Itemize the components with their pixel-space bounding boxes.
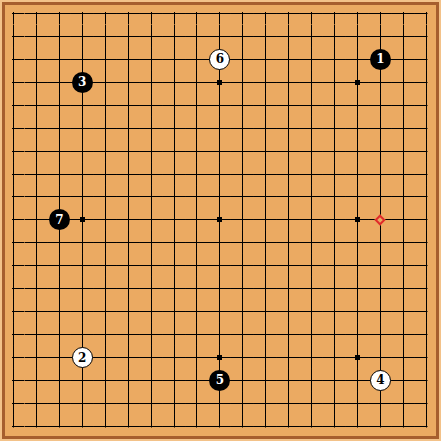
stone-number: 3 [78, 76, 86, 88]
intersection [117, 2, 140, 25]
intersection [323, 300, 346, 323]
intersection [254, 163, 277, 186]
intersection [231, 94, 254, 117]
intersection [231, 71, 254, 94]
intersection [117, 231, 140, 254]
intersection [254, 231, 277, 254]
intersection [300, 186, 323, 209]
intersection [415, 323, 438, 346]
intersection [323, 277, 346, 300]
star-point [355, 355, 360, 360]
intersection [94, 277, 117, 300]
intersection [94, 2, 117, 25]
intersection [277, 300, 300, 323]
intersection [346, 117, 369, 140]
intersection [415, 208, 438, 231]
intersection [254, 2, 277, 25]
intersection [140, 369, 163, 392]
intersection [71, 254, 94, 277]
intersection [300, 48, 323, 71]
intersection [323, 208, 346, 231]
intersection [140, 346, 163, 369]
intersection [277, 277, 300, 300]
intersection [346, 369, 369, 392]
intersection [323, 231, 346, 254]
intersection [48, 231, 71, 254]
stone-white-6: 6 [209, 49, 230, 70]
intersection [231, 277, 254, 300]
stone-number: 7 [55, 214, 63, 226]
intersection [48, 369, 71, 392]
intersection [346, 208, 369, 231]
intersection [94, 140, 117, 163]
intersection [25, 2, 48, 25]
intersection [48, 346, 71, 369]
intersection [392, 2, 415, 25]
intersection [2, 415, 25, 438]
intersection [415, 231, 438, 254]
intersection [71, 323, 94, 346]
intersection [117, 140, 140, 163]
intersection [163, 231, 186, 254]
intersection [163, 392, 186, 415]
intersection [25, 71, 48, 94]
intersection [254, 369, 277, 392]
intersection [392, 415, 415, 438]
intersection [392, 277, 415, 300]
intersection [300, 208, 323, 231]
intersection [140, 300, 163, 323]
intersection [300, 117, 323, 140]
intersection [277, 2, 300, 25]
intersection [163, 25, 186, 48]
intersection [94, 323, 117, 346]
intersection [117, 163, 140, 186]
intersection [25, 48, 48, 71]
intersection [392, 117, 415, 140]
go-board: 6137254 [0, 0, 441, 441]
intersection [231, 140, 254, 163]
intersection [186, 140, 209, 163]
intersection [415, 94, 438, 117]
intersection [254, 117, 277, 140]
intersection [346, 48, 369, 71]
intersection [186, 323, 209, 346]
intersection [346, 415, 369, 438]
intersection [94, 94, 117, 117]
intersection [117, 369, 140, 392]
intersection [2, 231, 25, 254]
intersection [48, 140, 71, 163]
intersection: 3 [71, 71, 94, 94]
intersection [48, 71, 71, 94]
intersection: 4 [369, 369, 392, 392]
intersection [277, 415, 300, 438]
intersection [323, 117, 346, 140]
intersection [208, 140, 231, 163]
intersection [117, 186, 140, 209]
intersection [140, 254, 163, 277]
intersection [25, 208, 48, 231]
intersection [392, 186, 415, 209]
intersection [323, 48, 346, 71]
intersection [277, 323, 300, 346]
intersection [2, 254, 25, 277]
intersection [48, 25, 71, 48]
intersection [117, 254, 140, 277]
intersection: 1 [369, 48, 392, 71]
intersection [140, 71, 163, 94]
intersection [346, 25, 369, 48]
intersection [231, 48, 254, 71]
intersection [208, 277, 231, 300]
intersection [163, 117, 186, 140]
intersection [208, 25, 231, 48]
intersection [186, 300, 209, 323]
intersection [323, 140, 346, 163]
intersection [300, 277, 323, 300]
intersection [48, 300, 71, 323]
intersection [94, 392, 117, 415]
intersection [2, 346, 25, 369]
intersection [369, 117, 392, 140]
intersection [415, 48, 438, 71]
intersection [369, 94, 392, 117]
intersection [254, 346, 277, 369]
intersection [140, 140, 163, 163]
intersection [186, 117, 209, 140]
intersection [94, 25, 117, 48]
intersection [231, 300, 254, 323]
intersection [346, 71, 369, 94]
intersection [94, 163, 117, 186]
intersection [140, 117, 163, 140]
intersection [369, 186, 392, 209]
intersection [163, 415, 186, 438]
intersection [231, 323, 254, 346]
intersection [186, 48, 209, 71]
intersection [346, 140, 369, 163]
intersection [117, 48, 140, 71]
intersection [323, 2, 346, 25]
intersection: 2 [71, 346, 94, 369]
intersection [323, 392, 346, 415]
intersection [392, 346, 415, 369]
intersection [323, 186, 346, 209]
intersection [346, 2, 369, 25]
intersection [71, 231, 94, 254]
intersection [186, 186, 209, 209]
intersection [323, 323, 346, 346]
intersection [415, 25, 438, 48]
intersection [2, 25, 25, 48]
intersection [369, 71, 392, 94]
intersection [25, 415, 48, 438]
intersection [2, 71, 25, 94]
intersection [163, 71, 186, 94]
intersection [369, 163, 392, 186]
stone-number: 5 [216, 374, 224, 386]
intersection [369, 231, 392, 254]
intersection [208, 208, 231, 231]
intersection [346, 163, 369, 186]
intersection [117, 277, 140, 300]
intersection [94, 208, 117, 231]
intersection [2, 323, 25, 346]
intersection [300, 254, 323, 277]
intersection [117, 94, 140, 117]
intersection [163, 186, 186, 209]
stone-black-7: 7 [49, 209, 70, 230]
stone-number: 1 [376, 53, 384, 65]
intersection [25, 254, 48, 277]
intersection [2, 208, 25, 231]
intersection [48, 2, 71, 25]
intersection [94, 117, 117, 140]
intersection [300, 25, 323, 48]
intersection [300, 231, 323, 254]
intersection [346, 186, 369, 209]
intersection [231, 231, 254, 254]
intersection [277, 48, 300, 71]
intersection [346, 323, 369, 346]
intersection [71, 140, 94, 163]
intersection [163, 208, 186, 231]
intersection [231, 2, 254, 25]
stone-number: 4 [376, 374, 384, 386]
intersection [186, 415, 209, 438]
intersection [163, 323, 186, 346]
intersection [392, 48, 415, 71]
intersection [25, 277, 48, 300]
intersection [415, 163, 438, 186]
intersection [415, 140, 438, 163]
intersection [392, 71, 415, 94]
intersection [231, 208, 254, 231]
intersection [2, 392, 25, 415]
intersection [300, 140, 323, 163]
stone-white-4: 4 [370, 370, 391, 391]
intersection [415, 300, 438, 323]
intersection [323, 369, 346, 392]
intersection [415, 2, 438, 25]
intersection [208, 300, 231, 323]
intersection [346, 254, 369, 277]
intersection [369, 208, 392, 231]
intersection [254, 277, 277, 300]
intersection [323, 415, 346, 438]
stone-black-1: 1 [370, 49, 391, 70]
intersection [231, 254, 254, 277]
intersection [71, 186, 94, 209]
stone-black-5: 5 [209, 370, 230, 391]
intersection [369, 254, 392, 277]
intersection [277, 254, 300, 277]
intersection [415, 254, 438, 277]
intersection [392, 208, 415, 231]
intersection [323, 71, 346, 94]
intersection [300, 71, 323, 94]
intersection [392, 140, 415, 163]
intersection [254, 300, 277, 323]
intersection [25, 140, 48, 163]
intersection [140, 231, 163, 254]
intersection [277, 392, 300, 415]
intersection [25, 25, 48, 48]
intersection [71, 415, 94, 438]
intersection [25, 231, 48, 254]
stone-number: 6 [216, 53, 224, 65]
intersection [300, 369, 323, 392]
intersection [186, 25, 209, 48]
intersection [186, 208, 209, 231]
intersection [186, 346, 209, 369]
intersection [208, 94, 231, 117]
intersection [186, 369, 209, 392]
intersection [208, 323, 231, 346]
intersection [94, 369, 117, 392]
intersection [25, 117, 48, 140]
intersection [346, 231, 369, 254]
intersection [208, 392, 231, 415]
intersection [25, 369, 48, 392]
intersection [415, 369, 438, 392]
intersection [71, 94, 94, 117]
intersection [277, 117, 300, 140]
intersection [300, 94, 323, 117]
intersection [392, 369, 415, 392]
intersection [117, 25, 140, 48]
intersection [392, 25, 415, 48]
intersection [415, 415, 438, 438]
intersection [25, 163, 48, 186]
intersection [415, 392, 438, 415]
intersection [163, 277, 186, 300]
intersection [369, 346, 392, 369]
intersection [140, 186, 163, 209]
intersection [48, 277, 71, 300]
intersection [277, 25, 300, 48]
intersection [163, 140, 186, 163]
intersection [277, 346, 300, 369]
intersection [254, 48, 277, 71]
intersection [71, 2, 94, 25]
intersection [117, 208, 140, 231]
intersection [71, 300, 94, 323]
intersection [231, 346, 254, 369]
intersection [186, 392, 209, 415]
intersection [231, 186, 254, 209]
intersection [71, 208, 94, 231]
intersection [415, 277, 438, 300]
intersection [346, 94, 369, 117]
intersection [300, 2, 323, 25]
intersection [369, 300, 392, 323]
intersection [48, 48, 71, 71]
intersection [117, 415, 140, 438]
star-point [355, 217, 360, 222]
star-point [355, 80, 360, 85]
intersection [300, 415, 323, 438]
intersection [369, 140, 392, 163]
intersection [254, 94, 277, 117]
intersection [163, 254, 186, 277]
intersection [254, 186, 277, 209]
intersection [186, 254, 209, 277]
intersection [254, 254, 277, 277]
intersection [392, 300, 415, 323]
intersection [231, 392, 254, 415]
intersection [94, 346, 117, 369]
intersection [140, 94, 163, 117]
intersection [163, 300, 186, 323]
intersection [186, 71, 209, 94]
intersection [208, 117, 231, 140]
intersection [94, 186, 117, 209]
intersection [117, 300, 140, 323]
intersection [2, 277, 25, 300]
intersection [254, 71, 277, 94]
intersection [369, 277, 392, 300]
intersection [71, 392, 94, 415]
intersection [323, 346, 346, 369]
intersection [208, 71, 231, 94]
intersection [186, 277, 209, 300]
intersection [208, 254, 231, 277]
intersection [71, 117, 94, 140]
intersection: 6 [208, 48, 231, 71]
intersection [71, 25, 94, 48]
intersection [48, 94, 71, 117]
intersection [208, 163, 231, 186]
intersection [48, 392, 71, 415]
intersection [254, 140, 277, 163]
intersection [140, 25, 163, 48]
intersection [2, 300, 25, 323]
star-point [217, 217, 222, 222]
intersection [277, 369, 300, 392]
star-point [217, 355, 222, 360]
intersection [254, 415, 277, 438]
intersection [208, 186, 231, 209]
intersection [2, 140, 25, 163]
intersection [254, 25, 277, 48]
intersection [277, 186, 300, 209]
intersection [71, 277, 94, 300]
intersection [415, 117, 438, 140]
intersection [25, 94, 48, 117]
intersection [186, 231, 209, 254]
intersection [140, 48, 163, 71]
intersection [163, 48, 186, 71]
intersection: 7 [48, 208, 71, 231]
intersection [117, 323, 140, 346]
intersection [369, 323, 392, 346]
intersection [71, 369, 94, 392]
intersection [163, 346, 186, 369]
intersection [254, 208, 277, 231]
intersection [231, 25, 254, 48]
intersection [208, 2, 231, 25]
stone-number: 2 [78, 352, 86, 364]
intersection [25, 392, 48, 415]
intersection [369, 415, 392, 438]
intersection [369, 25, 392, 48]
intersection [392, 323, 415, 346]
intersection [186, 163, 209, 186]
intersection [25, 346, 48, 369]
intersection [415, 71, 438, 94]
